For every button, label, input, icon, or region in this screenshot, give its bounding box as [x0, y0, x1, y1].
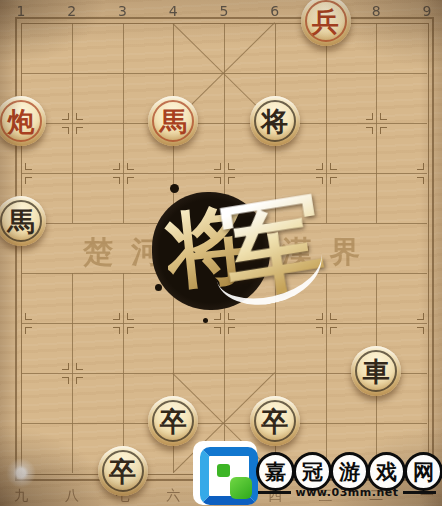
xiangqi-game-screenshot: 123456789九八七六五四三二一 楚河漢界 炮馬兵将馬車卒卒卒 将 军 嘉冠… [0, 0, 442, 506]
site-logo-icon [193, 441, 257, 505]
logo-green-square-large [230, 477, 252, 499]
site-url: www.03mm.net [296, 486, 399, 499]
url-rule-left [258, 491, 291, 494]
logo-green-square-small [217, 464, 230, 477]
url-rule-right [403, 491, 436, 494]
site-watermark: 嘉冠游戏网 www.03mm.net [0, 0, 442, 506]
site-url-row: www.03mm.net [258, 486, 436, 499]
